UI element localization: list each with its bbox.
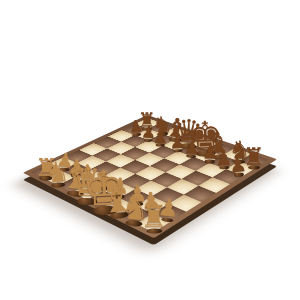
piece-black-pawn[interactable]: ♟ [228,154,248,176]
piece-white-rook[interactable]: ♜ [140,202,167,233]
piece-black-pawn[interactable]: ♟ [153,128,169,145]
piece-black-pawn[interactable]: ♟ [183,138,201,158]
chess-set-photo-scene: ♜♞♝♛♚♝♞♜♟♟♟♟♟♟♟♟♟♟♟♟♟♟♟♟♜♞♝♛♚♝♞♜ [0,0,300,300]
